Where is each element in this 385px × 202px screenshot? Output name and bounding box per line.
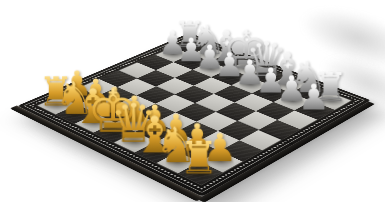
chess-set-photo: ♜♞♝♚♛♝♞♜♟♟♟♟♟♟♟♟♟♟♟♟♟♟♟♟♜♞♝♚♛♝♞♜ [0,0,385,202]
rook-glyph: ♜ [179,135,219,180]
chess-board-frame: ♜♞♝♚♛♝♞♜♟♟♟♟♟♟♟♟♟♟♟♟♟♟♟♟♜♞♝♚♛♝♞♜ [17,33,370,197]
board-scene: ♜♞♝♚♛♝♞♜♟♟♟♟♟♟♟♟♟♟♟♟♟♟♟♟♜♞♝♚♛♝♞♜ [17,33,370,197]
pawn-glyph: ♟ [298,80,330,115]
